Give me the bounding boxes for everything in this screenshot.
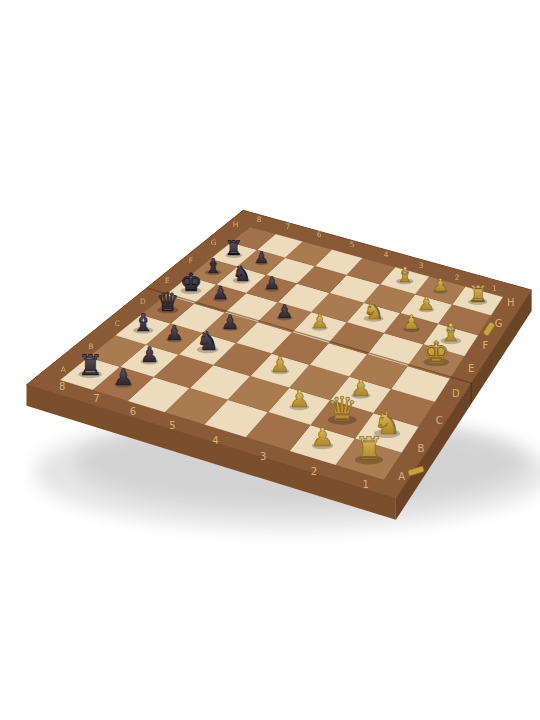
rank-label-ne-7: 7: [286, 222, 291, 231]
file-label-nw-A: A: [61, 365, 67, 374]
piece-white-pawn-h2[interactable]: ♟: [433, 275, 449, 295]
piece-black-bishop-f8[interactable]: ♝: [204, 254, 222, 278]
piece-white-pawn-f2[interactable]: ♟: [403, 311, 420, 334]
piece-black-pawn-e7[interactable]: ♟: [212, 282, 228, 303]
piece-white-pawn-b3[interactable]: ♟: [289, 385, 310, 413]
file-label-nw-G: G: [211, 238, 217, 247]
piece-black-pawn-f6[interactable]: ♟: [264, 273, 280, 293]
rank-label-sw-8: 8: [59, 381, 65, 392]
piece-white-pawn-e4[interactable]: ♟: [311, 310, 328, 333]
rank-label-sw-7: 7: [93, 393, 99, 404]
piece-black-pawn-a7[interactable]: ♟: [113, 364, 133, 390]
rank-label-sw-5: 5: [169, 420, 175, 431]
piece-black-queen-d8[interactable]: ♛: [156, 287, 179, 317]
chess-board: A11AB22BC33CD44DE55EF66FG77GH88H♜♟♝♞♝♟♚♟…: [0, 0, 540, 720]
piece-black-knight-f7[interactable]: ♞: [232, 261, 251, 286]
rank-label-ne-6: 6: [317, 230, 322, 239]
file-label-nw-C: C: [115, 319, 120, 328]
rank-label-ne-2: 2: [455, 273, 460, 282]
piece-black-pawn-e5[interactable]: ♟: [276, 300, 293, 322]
rank-label-ne-5: 5: [350, 240, 355, 249]
file-label-se-D: D: [452, 388, 460, 399]
product-photo: A11AB22BC33CD44DE55EF66FG77GH88H♜♟♝♞♝♟♚♟…: [0, 0, 540, 720]
rank-label-ne-4: 4: [384, 250, 389, 259]
piece-black-rook-a8[interactable]: ♜: [78, 349, 103, 382]
piece-white-pawn-a2[interactable]: ♟: [311, 422, 334, 452]
piece-black-rook-g8[interactable]: ♜: [225, 236, 243, 260]
rank-label-sw-2: 2: [311, 466, 317, 477]
piece-black-bishop-c8[interactable]: ♝: [132, 309, 154, 337]
piece-black-pawn-g7[interactable]: ♟: [254, 248, 268, 267]
rank-label-ne-8: 8: [257, 215, 262, 224]
piece-white-pawn-g2[interactable]: ♟: [418, 293, 435, 314]
file-label-se-G: G: [495, 318, 503, 329]
file-label-nw-H: H: [233, 220, 239, 229]
rank-label-ne-3: 3: [419, 261, 424, 270]
file-label-se-A: A: [398, 471, 405, 482]
rank-label-sw-6: 6: [130, 406, 136, 417]
file-label-se-B: B: [418, 443, 425, 454]
piece-white-knight-f3[interactable]: ♞: [363, 297, 384, 325]
rank-label-sw-3: 3: [260, 451, 266, 462]
file-label-se-C: C: [436, 415, 443, 426]
file-label-nw-F: F: [189, 256, 193, 265]
piece-black-pawn-c7[interactable]: ♟: [165, 321, 183, 345]
piece-black-knight-c6[interactable]: ♞: [196, 326, 219, 356]
piece-black-king-e8[interactable]: ♚: [180, 268, 203, 297]
file-label-se-E: E: [468, 363, 474, 374]
piece-white-king-e1[interactable]: ♚: [423, 335, 450, 370]
piece-black-pawn-d6[interactable]: ♟: [221, 311, 238, 334]
rank-label-ne-1: 1: [492, 284, 497, 293]
rank-label-sw-1: 1: [362, 479, 368, 490]
file-label-se-F: F: [483, 340, 489, 351]
piece-white-bishop-h3[interactable]: ♝: [395, 263, 414, 287]
piece-white-rook-h1[interactable]: ♜: [467, 281, 488, 307]
piece-white-rook-a1[interactable]: ♜: [354, 430, 384, 469]
file-label-nw-D: D: [140, 297, 146, 306]
piece-black-pawn-b7[interactable]: ♟: [140, 342, 159, 367]
file-label-nw-E: E: [165, 276, 170, 285]
piece-white-pawn-c4[interactable]: ♟: [270, 352, 289, 377]
file-label-se-H: H: [507, 297, 515, 308]
rank-label-sw-4: 4: [212, 435, 218, 446]
